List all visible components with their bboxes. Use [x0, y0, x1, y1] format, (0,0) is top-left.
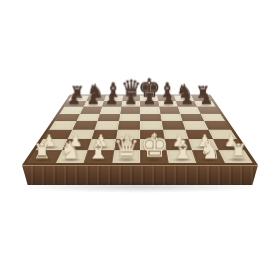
square-c4	[95, 121, 119, 129]
square-e4	[140, 121, 163, 129]
square-f6	[159, 107, 180, 114]
square-h5	[200, 114, 225, 121]
square-f1: ♝	[166, 150, 196, 163]
chess-board-scene: ♜♞♝♛♚♝♞♜♟♟♟♟♟♟♟♟♟♟♟♟♟♟♟♟♜♞♝♛♚♝♞♜	[22, 0, 258, 165]
square-e1: ♚	[140, 150, 168, 163]
white-knight: ♞	[56, 137, 84, 162]
square-d6	[120, 107, 140, 114]
square-d1: ♛	[112, 150, 140, 163]
square-b3	[67, 129, 94, 139]
square-e5	[140, 114, 161, 121]
square-d3	[116, 129, 140, 139]
square-g1: ♞	[192, 150, 224, 163]
square-b5	[76, 114, 100, 121]
square-d4	[117, 121, 140, 129]
square-c6	[100, 107, 121, 114]
black-knight: ♞	[84, 81, 106, 100]
square-b1: ♞	[55, 150, 87, 163]
square-a2: ♟	[36, 139, 68, 150]
square-h2: ♟	[213, 139, 245, 150]
black-rook: ♜	[66, 84, 88, 100]
square-c1: ♝	[84, 150, 114, 163]
square-b4	[72, 121, 97, 129]
square-d2: ♟	[114, 139, 140, 150]
square-f3	[163, 129, 189, 139]
black-queen: ♛	[120, 78, 142, 101]
board-front-rim	[22, 165, 258, 185]
square-e3	[140, 129, 164, 139]
square-f2: ♟	[164, 139, 192, 150]
square-c3	[92, 129, 118, 139]
square-c5	[97, 114, 119, 121]
square-c2: ♟	[88, 139, 116, 150]
square-f5	[160, 114, 182, 121]
square-h3	[208, 129, 237, 139]
square-a4	[49, 121, 76, 129]
square-d5	[119, 114, 140, 121]
square-b2: ♟	[62, 139, 92, 150]
chess-board: ♜♞♝♛♚♝♞♜♟♟♟♟♟♟♟♟♟♟♟♟♟♟♟♟♜♞♝♛♚♝♞♜	[22, 95, 258, 165]
square-h1: ♜	[218, 150, 253, 163]
board-floor-shadow	[18, 183, 262, 193]
square-a1: ♜	[27, 150, 62, 163]
white-knight: ♞	[196, 137, 224, 162]
square-b6	[80, 107, 102, 114]
square-h6	[197, 107, 220, 114]
square-e6	[140, 107, 160, 114]
square-h4	[204, 121, 231, 129]
black-rook: ♜	[192, 84, 214, 100]
black-bishop: ♝	[102, 81, 124, 101]
square-e2: ♟	[140, 139, 166, 150]
square-f4	[161, 121, 185, 129]
product-photo-background: ♜♞♝♛♚♝♞♜♟♟♟♟♟♟♟♟♟♟♟♟♟♟♟♟♜♞♝♛♚♝♞♜	[0, 0, 280, 280]
